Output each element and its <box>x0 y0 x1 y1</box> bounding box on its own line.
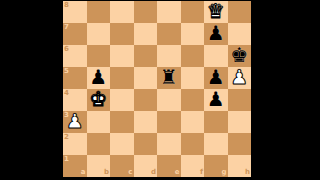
square-e6[interactable] <box>157 45 181 67</box>
piece-white-queen-g8[interactable]: ♛ <box>207 1 225 21</box>
square-g8[interactable]: ♛ <box>204 1 228 23</box>
square-e2[interactable] <box>157 133 181 155</box>
rank-label-6: 6 <box>64 46 69 53</box>
square-b3[interactable] <box>87 111 111 133</box>
square-d2[interactable] <box>134 133 158 155</box>
file-label-c: c <box>128 169 132 176</box>
square-f2[interactable] <box>181 133 205 155</box>
square-a2[interactable]: 2 <box>63 133 87 155</box>
square-f4[interactable] <box>181 89 205 111</box>
square-g6[interactable] <box>204 45 228 67</box>
square-f5[interactable] <box>181 67 205 89</box>
square-g5[interactable]: ♟ <box>204 67 228 89</box>
square-h3[interactable] <box>228 111 252 133</box>
file-label-a: a <box>81 169 86 176</box>
square-h7[interactable] <box>228 23 252 45</box>
square-c6[interactable] <box>110 45 134 67</box>
square-f1[interactable]: f <box>181 155 205 177</box>
square-d3[interactable] <box>134 111 158 133</box>
square-b5[interactable]: ♟ <box>87 67 111 89</box>
square-c2[interactable] <box>110 133 134 155</box>
square-e5[interactable]: ♜ <box>157 67 181 89</box>
square-h2[interactable] <box>228 133 252 155</box>
file-label-g: g <box>221 169 226 176</box>
rank-label-4: 4 <box>64 90 69 97</box>
square-h5[interactable]: ♟ <box>228 67 252 89</box>
piece-black-king-h6[interactable]: ♚ <box>230 45 248 65</box>
chess-app-screen: 8♛7♟6♚5♟♜♟♟4♚♟3♟21abcdefgh <box>0 0 320 180</box>
square-b1[interactable]: b <box>87 155 111 177</box>
file-label-b: b <box>104 169 109 176</box>
square-h1[interactable]: h <box>228 155 252 177</box>
square-d8[interactable] <box>134 1 158 23</box>
square-e4[interactable] <box>157 89 181 111</box>
square-e1[interactable]: e <box>157 155 181 177</box>
square-a7[interactable]: 7 <box>63 23 87 45</box>
square-c3[interactable] <box>110 111 134 133</box>
file-label-h: h <box>245 169 250 176</box>
square-c8[interactable] <box>110 1 134 23</box>
square-g1[interactable]: g <box>204 155 228 177</box>
square-h8[interactable] <box>228 1 252 23</box>
square-a1[interactable]: 1a <box>63 155 87 177</box>
square-a8[interactable]: 8 <box>63 1 87 23</box>
square-a4[interactable]: 4 <box>63 89 87 111</box>
square-b8[interactable] <box>87 1 111 23</box>
piece-white-pawn-a3[interactable]: ♟ <box>66 111 84 131</box>
square-g7[interactable]: ♟ <box>204 23 228 45</box>
file-label-e: e <box>175 169 180 176</box>
square-a6[interactable]: 6 <box>63 45 87 67</box>
square-b2[interactable] <box>87 133 111 155</box>
piece-black-pawn-g7[interactable]: ♟ <box>207 23 225 43</box>
square-c1[interactable]: c <box>110 155 134 177</box>
piece-black-pawn-b5[interactable]: ♟ <box>89 67 107 87</box>
square-g4[interactable]: ♟ <box>204 89 228 111</box>
square-d1[interactable]: d <box>134 155 158 177</box>
square-e3[interactable] <box>157 111 181 133</box>
square-a5[interactable]: 5 <box>63 67 87 89</box>
rank-label-1: 1 <box>64 156 69 163</box>
chessboard: 8♛7♟6♚5♟♜♟♟4♚♟3♟21abcdefgh <box>63 1 251 177</box>
square-b7[interactable] <box>87 23 111 45</box>
piece-black-pawn-g5[interactable]: ♟ <box>207 67 225 87</box>
square-f7[interactable] <box>181 23 205 45</box>
square-g3[interactable] <box>204 111 228 133</box>
piece-black-rook-e5[interactable]: ♜ <box>160 67 178 87</box>
file-label-f: f <box>200 169 203 176</box>
square-f6[interactable] <box>181 45 205 67</box>
square-c5[interactable] <box>110 67 134 89</box>
rank-label-7: 7 <box>64 24 69 31</box>
square-f8[interactable] <box>181 1 205 23</box>
square-e8[interactable] <box>157 1 181 23</box>
square-d5[interactable] <box>134 67 158 89</box>
square-b4[interactable]: ♚ <box>87 89 111 111</box>
square-e7[interactable] <box>157 23 181 45</box>
square-d6[interactable] <box>134 45 158 67</box>
square-b6[interactable] <box>87 45 111 67</box>
square-d4[interactable] <box>134 89 158 111</box>
square-c4[interactable] <box>110 89 134 111</box>
square-f3[interactable] <box>181 111 205 133</box>
square-a3[interactable]: 3♟ <box>63 111 87 133</box>
file-label-d: d <box>151 169 156 176</box>
piece-black-pawn-g4[interactable]: ♟ <box>207 89 225 109</box>
rank-label-8: 8 <box>64 2 69 9</box>
piece-white-pawn-h5[interactable]: ♟ <box>230 67 248 87</box>
square-h4[interactable] <box>228 89 252 111</box>
piece-white-king-b4[interactable]: ♚ <box>89 89 107 109</box>
square-g2[interactable] <box>204 133 228 155</box>
square-d7[interactable] <box>134 23 158 45</box>
rank-label-5: 5 <box>64 68 69 75</box>
square-c7[interactable] <box>110 23 134 45</box>
square-h6[interactable]: ♚ <box>228 45 252 67</box>
rank-label-2: 2 <box>64 134 69 141</box>
